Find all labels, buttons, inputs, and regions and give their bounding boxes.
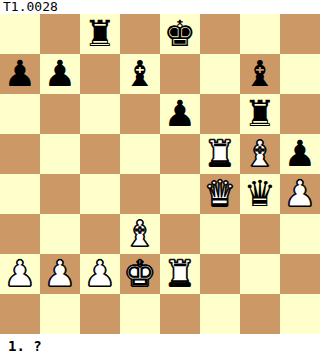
- square-a1[interactable]: [0, 294, 40, 334]
- piece-white-pawn: ♟: [284, 174, 316, 214]
- square-b5[interactable]: [40, 134, 80, 174]
- piece-black-bishop: ♝: [244, 54, 276, 94]
- square-e8[interactable]: ♚: [160, 14, 200, 54]
- square-g5[interactable]: ♝: [240, 134, 280, 174]
- square-b7[interactable]: ♟: [40, 54, 80, 94]
- square-e3[interactable]: [160, 214, 200, 254]
- square-b6[interactable]: [40, 94, 80, 134]
- square-c3[interactable]: [80, 214, 120, 254]
- square-h3[interactable]: [280, 214, 320, 254]
- square-f2[interactable]: [200, 254, 240, 294]
- square-b2[interactable]: ♟: [40, 254, 80, 294]
- piece-white-king: ♚: [124, 254, 156, 294]
- piece-white-pawn: ♟: [84, 254, 116, 294]
- square-a2[interactable]: ♟: [0, 254, 40, 294]
- square-a7[interactable]: ♟: [0, 54, 40, 94]
- square-f8[interactable]: [200, 14, 240, 54]
- puzzle-id-label: T1.0028: [3, 0, 58, 14]
- square-d1[interactable]: [120, 294, 160, 334]
- square-f3[interactable]: [200, 214, 240, 254]
- piece-white-queen: ♛: [204, 174, 236, 214]
- square-d5[interactable]: [120, 134, 160, 174]
- square-h4[interactable]: ♟: [280, 174, 320, 214]
- piece-white-rook: ♜: [204, 134, 236, 174]
- square-e5[interactable]: [160, 134, 200, 174]
- square-h1[interactable]: [280, 294, 320, 334]
- square-g8[interactable]: [240, 14, 280, 54]
- piece-black-queen: ♛: [244, 174, 276, 214]
- chess-board: ♜♚♟♟♝♝♟♜♜♝♟♛♛♟♝♟♟♟♚♜: [0, 14, 320, 334]
- square-e2[interactable]: ♜: [160, 254, 200, 294]
- square-e6[interactable]: ♟: [160, 94, 200, 134]
- square-e7[interactable]: [160, 54, 200, 94]
- square-f7[interactable]: [200, 54, 240, 94]
- square-a6[interactable]: [0, 94, 40, 134]
- square-h2[interactable]: [280, 254, 320, 294]
- square-d2[interactable]: ♚: [120, 254, 160, 294]
- square-c2[interactable]: ♟: [80, 254, 120, 294]
- piece-black-rook: ♜: [84, 14, 116, 54]
- piece-black-pawn: ♟: [284, 134, 316, 174]
- square-f4[interactable]: ♛: [200, 174, 240, 214]
- square-b3[interactable]: [40, 214, 80, 254]
- square-a5[interactable]: [0, 134, 40, 174]
- square-c5[interactable]: [80, 134, 120, 174]
- square-g1[interactable]: [240, 294, 280, 334]
- piece-black-rook: ♜: [244, 94, 276, 134]
- square-d4[interactable]: [120, 174, 160, 214]
- square-a8[interactable]: [0, 14, 40, 54]
- square-a3[interactable]: [0, 214, 40, 254]
- square-d8[interactable]: [120, 14, 160, 54]
- square-c8[interactable]: ♜: [80, 14, 120, 54]
- piece-white-pawn: ♟: [4, 254, 36, 294]
- piece-black-pawn: ♟: [4, 54, 36, 94]
- square-f1[interactable]: [200, 294, 240, 334]
- square-f5[interactable]: ♜: [200, 134, 240, 174]
- piece-black-bishop: ♝: [124, 54, 156, 94]
- piece-black-pawn: ♟: [164, 94, 196, 134]
- piece-black-pawn: ♟: [44, 54, 76, 94]
- square-g7[interactable]: ♝: [240, 54, 280, 94]
- square-b4[interactable]: [40, 174, 80, 214]
- piece-white-rook: ♜: [164, 254, 196, 294]
- square-b1[interactable]: [40, 294, 80, 334]
- square-c4[interactable]: [80, 174, 120, 214]
- square-g4[interactable]: ♛: [240, 174, 280, 214]
- square-b8[interactable]: [40, 14, 80, 54]
- square-d6[interactable]: [120, 94, 160, 134]
- square-f6[interactable]: [200, 94, 240, 134]
- square-g6[interactable]: ♜: [240, 94, 280, 134]
- square-g2[interactable]: [240, 254, 280, 294]
- move-prompt-label: 1. ?: [8, 338, 42, 354]
- piece-black-king: ♚: [164, 14, 196, 54]
- square-h5[interactable]: ♟: [280, 134, 320, 174]
- square-h7[interactable]: [280, 54, 320, 94]
- square-d3[interactable]: ♝: [120, 214, 160, 254]
- piece-white-pawn: ♟: [44, 254, 76, 294]
- square-g3[interactable]: [240, 214, 280, 254]
- square-c6[interactable]: [80, 94, 120, 134]
- square-c1[interactable]: [80, 294, 120, 334]
- square-a4[interactable]: [0, 174, 40, 214]
- square-d7[interactable]: ♝: [120, 54, 160, 94]
- piece-white-bishop: ♝: [244, 134, 276, 174]
- square-e4[interactable]: [160, 174, 200, 214]
- square-h6[interactable]: [280, 94, 320, 134]
- square-h8[interactable]: [280, 14, 320, 54]
- square-e1[interactable]: [160, 294, 200, 334]
- square-c7[interactable]: [80, 54, 120, 94]
- piece-white-bishop: ♝: [124, 214, 156, 254]
